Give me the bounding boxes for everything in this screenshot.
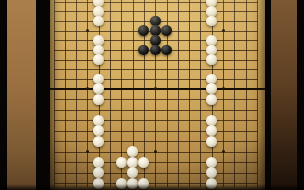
grid-line-vertical	[54, 0, 55, 187]
stone-white[interactable]	[206, 54, 217, 65]
grid-line-vertical	[234, 0, 235, 187]
stone-white[interactable]	[206, 94, 217, 105]
right-wall-panel	[271, 0, 297, 190]
grid-line-horizontal	[54, 120, 258, 121]
stone-white[interactable]	[138, 157, 149, 168]
stone-black[interactable]	[138, 25, 149, 36]
star-point	[86, 150, 89, 153]
stone-white[interactable]	[127, 157, 138, 168]
stone-white[interactable]	[93, 94, 104, 105]
star-point	[222, 29, 225, 32]
grid-line-vertical	[76, 0, 77, 187]
go-board[interactable]	[50, 0, 265, 190]
stone-black[interactable]	[161, 45, 172, 56]
grid-line-horizontal	[54, 60, 258, 61]
grid-line-vertical	[200, 0, 201, 187]
left-wall-panel	[7, 0, 36, 190]
stone-white[interactable]	[116, 157, 127, 168]
go-board-photo	[0, 0, 304, 190]
star-point	[86, 29, 89, 32]
stone-white[interactable]	[206, 157, 217, 168]
stone-white[interactable]	[93, 178, 104, 189]
grid-line-vertical	[87, 0, 88, 187]
stone-white[interactable]	[93, 54, 104, 65]
star-point	[154, 87, 157, 90]
stone-white[interactable]	[93, 115, 104, 126]
grid-line-horizontal	[54, 11, 258, 12]
grid-line-vertical	[65, 0, 66, 187]
grid-line-vertical	[110, 0, 111, 187]
grid-line-horizontal	[54, 89, 258, 90]
stone-black[interactable]	[138, 45, 149, 56]
stone-white[interactable]	[206, 115, 217, 126]
grid-line-vertical	[223, 0, 224, 187]
grid-line-horizontal	[54, 173, 258, 174]
stone-white[interactable]	[206, 6, 217, 17]
grid-line-horizontal	[54, 99, 258, 100]
stone-white[interactable]	[206, 16, 217, 27]
stone-white[interactable]	[93, 125, 104, 136]
star-point	[154, 150, 157, 153]
stone-white[interactable]	[206, 136, 217, 147]
stone-white[interactable]	[206, 125, 217, 136]
grid-line-horizontal	[54, 162, 258, 163]
grid-line-horizontal	[54, 2, 258, 3]
stone-white[interactable]	[206, 178, 217, 189]
stone-white[interactable]	[93, 6, 104, 17]
grid-line-vertical	[189, 0, 190, 187]
grid-line-horizontal	[54, 183, 258, 184]
stone-white[interactable]	[127, 146, 138, 157]
grid-line-horizontal	[54, 152, 258, 153]
star-point	[222, 150, 225, 153]
stone-white[interactable]	[116, 178, 127, 189]
star-point	[86, 87, 89, 90]
stone-white[interactable]	[127, 167, 138, 178]
grid-line-horizontal	[54, 131, 258, 132]
star-point	[222, 87, 225, 90]
stone-white[interactable]	[93, 157, 104, 168]
stone-white[interactable]	[93, 83, 104, 94]
stone-white[interactable]	[206, 167, 217, 178]
stone-black[interactable]	[161, 25, 172, 36]
stone-white[interactable]	[138, 178, 149, 189]
stone-white[interactable]	[93, 136, 104, 147]
grid-line-horizontal	[54, 110, 258, 111]
board-fold-line	[50, 88, 265, 90]
stone-white[interactable]	[127, 178, 138, 189]
grid-line-horizontal	[54, 79, 258, 80]
stone-black[interactable]	[150, 45, 161, 56]
stone-white[interactable]	[93, 16, 104, 27]
stone-white[interactable]	[93, 167, 104, 178]
grid-line-horizontal	[54, 141, 258, 142]
grid-line-horizontal	[54, 69, 258, 70]
grid-line-vertical	[178, 0, 179, 187]
grid-line-vertical	[246, 0, 247, 187]
grid-line-vertical	[257, 0, 258, 187]
stone-white[interactable]	[206, 83, 217, 94]
